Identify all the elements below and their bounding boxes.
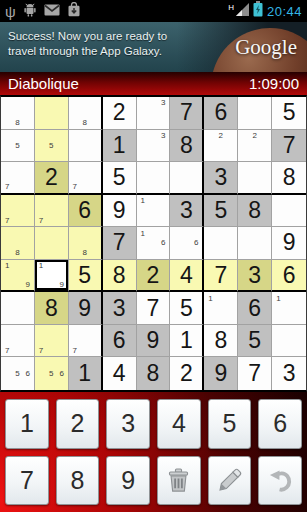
cell-r8c1[interactable]: 7 [1, 325, 35, 358]
key-6[interactable]: 6 [258, 399, 302, 449]
pencil-icon [216, 467, 243, 494]
cell-r8c7[interactable]: 8 [204, 325, 238, 358]
cell-r5c2[interactable] [35, 227, 69, 260]
pencil-marks: 7 [36, 196, 67, 226]
cell-r9c4[interactable]: 4 [103, 357, 137, 390]
key-5[interactable]: 5 [208, 399, 252, 449]
pencil-marks: 8 [2, 98, 33, 128]
cell-r4c7[interactable]: 5 [204, 195, 238, 228]
given-digit: 2 [137, 260, 170, 291]
cell-r2c3[interactable] [69, 130, 103, 163]
key-3[interactable]: 3 [106, 399, 150, 449]
battery-charging-icon [253, 1, 263, 21]
given-digit: 6 [103, 325, 136, 357]
cell-r7c9[interactable]: 1 [272, 292, 306, 325]
cell-r6c2[interactable]: 19 [35, 260, 69, 293]
entered-digit: 1 [170, 325, 202, 357]
pencil-marks: 2 [205, 131, 236, 161]
cell-r6c3[interactable]: 5 [69, 260, 103, 293]
pencil-marks: 56 [36, 358, 67, 389]
cell-r4c4[interactable]: 9 [103, 195, 137, 228]
cell-r8c5[interactable]: 9 [137, 325, 171, 358]
cell-r6c7[interactable]: 7 [204, 260, 238, 293]
cell-r7c7[interactable]: 1 [204, 292, 238, 325]
key-delete[interactable] [157, 456, 201, 506]
clock-label: 20:44 [267, 4, 302, 19]
cell-r5c1[interactable]: 8 [1, 227, 35, 260]
given-digit: 1 [69, 357, 101, 390]
ad-line2: travel through the App Galaxy. [8, 44, 167, 59]
ad-line1: Success! Now you are ready to [8, 29, 167, 44]
cell-r7c8[interactable]: 6 [238, 292, 272, 325]
cell-r2c6[interactable]: 8 [170, 130, 204, 163]
pencil-marks: 1 [205, 293, 236, 323]
given-digit: 7 [272, 130, 306, 162]
cell-r8c9[interactable] [272, 325, 306, 358]
given-digit: 8 [137, 357, 170, 390]
cell-r1c5[interactable]: 3 [137, 97, 171, 130]
entered-digit: 7 [238, 357, 271, 390]
pencil-marks: 7 [70, 326, 100, 356]
cell-r6c6[interactable]: 4 [170, 260, 204, 293]
key-undo[interactable] [258, 456, 302, 506]
cell-r9c7[interactable]: 9 [204, 357, 238, 390]
keypad: 1 2 3 4 5 6 7 8 9 [0, 392, 307, 512]
cell-r7c3[interactable]: 9 [69, 292, 103, 325]
entered-digit: 5 [170, 292, 202, 324]
cell-r8c2[interactable]: 7 [35, 325, 69, 358]
status-bar: ψ H 20:44 [0, 0, 307, 22]
cell-r2c4[interactable]: 1 [103, 130, 137, 163]
cell-r9c5[interactable]: 8 [137, 357, 171, 390]
entered-digit: 4 [103, 357, 136, 390]
cell-r8c6[interactable]: 1 [170, 325, 204, 358]
entered-digit: 2 [170, 357, 202, 390]
gmail-icon [44, 2, 60, 20]
cell-r6c5[interactable]: 2 [137, 260, 171, 293]
cell-r1c8[interactable] [238, 97, 272, 130]
pencil-marks: 5 [2, 131, 33, 161]
cell-r3c2[interactable]: 2 [35, 162, 69, 195]
given-digit: 7 [103, 227, 136, 259]
key-4[interactable]: 4 [157, 399, 201, 449]
key-1[interactable]: 1 [5, 399, 49, 449]
pencil-marks: 56 [2, 358, 33, 389]
entered-digit: 5 [272, 97, 306, 129]
cell-r1c2[interactable] [35, 97, 69, 130]
entered-digit: 9 [103, 195, 136, 227]
entered-digit: 8 [204, 325, 237, 357]
cell-r1c4[interactable]: 2 [103, 97, 137, 130]
cell-r3c3[interactable]: 7 [69, 162, 103, 195]
difficulty-title: Diabolique [8, 75, 79, 92]
entered-digit: 5 [69, 260, 101, 291]
cell-r3c6[interactable] [170, 162, 204, 195]
pencil-marks: 7 [2, 163, 33, 192]
cell-r4c3[interactable]: 6 [69, 195, 103, 228]
cell-r4c6[interactable]: 3 [170, 195, 204, 228]
given-digit: 9 [204, 357, 237, 390]
cell-r4c8[interactable]: 8 [238, 195, 272, 228]
given-digit: 3 [238, 260, 271, 291]
cell-r4c5[interactable]: 1 [137, 195, 171, 228]
given-digit: 6 [238, 292, 271, 324]
usb-icon: ψ [5, 4, 16, 19]
given-digit: 5 [238, 325, 271, 357]
key-7[interactable]: 7 [5, 456, 49, 506]
cell-r2c2[interactable]: 5 [35, 130, 69, 163]
cell-r2c7[interactable]: 2 [204, 130, 238, 163]
cell-r9c2[interactable]: 56 [35, 357, 69, 390]
android-debug-icon [23, 2, 37, 21]
ad-text: Success! Now you are ready to travel thr… [8, 29, 167, 59]
cell-r6c1[interactable]: 19 [1, 260, 35, 293]
cell-r7c5[interactable]: 7 [137, 292, 171, 325]
cell-r5c9[interactable]: 9 [272, 227, 306, 260]
given-digit: 6 [69, 195, 101, 227]
cell-r9c6[interactable]: 2 [170, 357, 204, 390]
cell-r2c1[interactable]: 5 [1, 130, 35, 163]
game-timer: 1:09:00 [249, 75, 299, 92]
pencil-marks: 3 [138, 98, 169, 128]
cell-r9c3[interactable]: 1 [69, 357, 103, 390]
given-digit: 8 [238, 195, 271, 227]
download-icon [67, 2, 81, 21]
cell-r7c1[interactable] [1, 292, 35, 325]
entered-digit: 5 [103, 162, 136, 193]
entered-digit: 8 [103, 260, 136, 291]
cell-r7c2[interactable]: 8 [35, 292, 69, 325]
trash-icon [165, 467, 192, 494]
cell-r1c3[interactable]: 8 [69, 97, 103, 130]
pencil-marks: 16 [138, 228, 169, 258]
entered-digit: 7 [204, 260, 237, 291]
board: 8823765551382277275387769135888716691919… [0, 95, 307, 392]
pencil-marks: 7 [36, 326, 67, 356]
cell-r4c9[interactable] [272, 195, 306, 228]
cell-r5c5[interactable]: 16 [137, 227, 171, 260]
cell-r3c9[interactable]: 8 [272, 162, 306, 195]
pencil-marks: 8 [70, 98, 100, 128]
cell-r5c6[interactable]: 6 [170, 227, 204, 260]
given-digit: 3 [170, 195, 202, 227]
cell-r2c8[interactable]: 2 [238, 130, 272, 163]
cell-r8c8[interactable]: 5 [238, 325, 272, 358]
cell-r5c4[interactable]: 7 [103, 227, 137, 260]
entered-digit: 9 [272, 227, 306, 259]
given-digit: 7 [170, 97, 202, 129]
key-pencil[interactable] [208, 456, 252, 506]
cell-r6c9[interactable]: 6 [272, 260, 306, 293]
entered-digit: 2 [103, 97, 136, 129]
pencil-marks: 2 [239, 131, 270, 161]
cell-r7c6[interactable]: 5 [170, 292, 204, 325]
entered-digit: 3 [272, 357, 306, 390]
given-digit: 6 [204, 97, 237, 129]
cell-r1c1[interactable]: 8 [1, 97, 35, 130]
pencil-marks: 7 [2, 326, 33, 356]
cell-r7c4[interactable]: 3 [103, 292, 137, 325]
cell-r3c5[interactable] [137, 162, 171, 195]
pencil-marks: 7 [70, 163, 100, 192]
cell-r4c1[interactable]: 7 [1, 195, 35, 228]
given-digit: 1 [103, 130, 136, 162]
pencil-marks: 6 [171, 228, 201, 258]
cell-r1c7[interactable]: 6 [204, 97, 238, 130]
pencil-marks: 5 [36, 131, 67, 161]
title-bar: Diabolique 1:09:00 [0, 72, 307, 95]
cell-r6c8[interactable]: 3 [238, 260, 272, 293]
key-8[interactable]: 8 [56, 456, 100, 506]
cell-r3c8[interactable] [238, 162, 272, 195]
given-digit: 9 [69, 292, 101, 324]
key-9[interactable]: 9 [106, 456, 150, 506]
cell-r5c3[interactable]: 8 [69, 227, 103, 260]
pencil-marks: 1 [138, 196, 169, 226]
given-digit: 9 [137, 325, 170, 357]
pencil-marks: 8 [2, 228, 33, 258]
cell-r9c1[interactable]: 56 [1, 357, 35, 390]
cell-r5c7[interactable] [204, 227, 238, 260]
given-digit: 8 [170, 130, 202, 162]
ad-banner[interactable]: Success! Now you are ready to travel thr… [0, 22, 307, 72]
cell-r9c9[interactable]: 3 [272, 357, 306, 390]
network-type-label: H [228, 3, 234, 12]
cell-r3c4[interactable]: 5 [103, 162, 137, 195]
entered-digit: 6 [272, 260, 306, 291]
status-icons-right: H 20:44 [228, 1, 302, 21]
pencil-marks: 1 [273, 293, 305, 323]
given-digit: 8 [35, 292, 68, 324]
entered-digit: 4 [170, 260, 202, 291]
given-digit: 3 [103, 292, 136, 324]
pencil-marks: 8 [70, 228, 100, 258]
entered-digit: 7 [137, 292, 170, 324]
status-icons-left: ψ [5, 2, 81, 21]
cell-r1c6[interactable]: 7 [170, 97, 204, 130]
google-logo: Google [235, 35, 297, 60]
given-digit: 5 [204, 195, 237, 227]
pencil-marks: 19 [2, 261, 33, 290]
given-digit: 2 [35, 162, 68, 193]
given-digit: 3 [204, 162, 237, 193]
cell-r3c1[interactable]: 7 [1, 162, 35, 195]
key-2[interactable]: 2 [56, 399, 100, 449]
pencil-marks: 3 [138, 131, 169, 161]
entered-digit: 8 [272, 162, 306, 193]
cell-r9c8[interactable]: 7 [238, 357, 272, 390]
signal-icon [236, 2, 249, 20]
cell-r1c9[interactable]: 5 [272, 97, 306, 130]
pencil-marks: 7 [2, 196, 33, 226]
cell-r8c4[interactable]: 6 [103, 325, 137, 358]
cell-r6c4[interactable]: 8 [103, 260, 137, 293]
cell-r8c3[interactable]: 7 [69, 325, 103, 358]
pencil-marks: 19 [36, 261, 67, 290]
cell-r5c8[interactable] [238, 227, 272, 260]
cell-r2c5[interactable]: 3 [137, 130, 171, 163]
cell-r4c2[interactable]: 7 [35, 195, 69, 228]
cell-r3c7[interactable]: 3 [204, 162, 238, 195]
cell-r2c9[interactable]: 7 [272, 130, 306, 163]
undo-icon [267, 467, 294, 494]
